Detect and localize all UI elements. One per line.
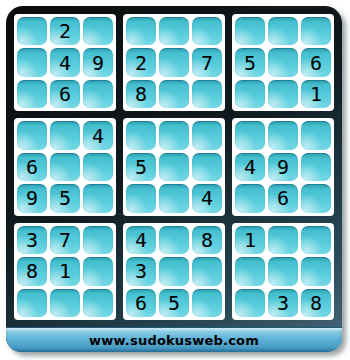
cell-r3c2[interactable]: 6 [50, 80, 80, 108]
cell-r5c2[interactable] [50, 153, 80, 181]
cell-r6c1[interactable]: 9 [17, 184, 47, 212]
cell-r8c9[interactable] [301, 257, 331, 285]
cell-r1c2[interactable]: 2 [50, 17, 80, 45]
cell-r9c5[interactable]: 5 [159, 289, 189, 317]
box-1-1: 2496 [14, 14, 116, 111]
cell-r8c8[interactable] [268, 257, 298, 285]
cell-r4c6[interactable] [192, 121, 222, 149]
box-1-3: 561 [232, 14, 334, 111]
cell-r4c7[interactable] [235, 121, 265, 149]
cell-r7c6[interactable]: 8 [192, 226, 222, 254]
cell-r5c8[interactable]: 9 [268, 153, 298, 181]
cell-r2c5[interactable] [159, 48, 189, 76]
cell-r1c8[interactable] [268, 17, 298, 45]
cell-r5c4[interactable]: 5 [126, 153, 156, 181]
cell-r6c5[interactable] [159, 184, 189, 212]
cell-r8c1[interactable]: 8 [17, 257, 47, 285]
cell-r5c9[interactable] [301, 153, 331, 181]
cell-r6c3[interactable] [83, 184, 113, 212]
cell-r9c2[interactable] [50, 289, 80, 317]
cell-r6c2[interactable]: 5 [50, 184, 80, 212]
cell-r9c6[interactable] [192, 289, 222, 317]
cell-r2c2[interactable]: 4 [50, 48, 80, 76]
cell-r4c9[interactable] [301, 121, 331, 149]
box-2-1: 4695 [14, 118, 116, 215]
cell-r7c8[interactable] [268, 226, 298, 254]
cell-r6c4[interactable] [126, 184, 156, 212]
cell-r5c5[interactable] [159, 153, 189, 181]
cell-r4c2[interactable] [50, 121, 80, 149]
cell-r8c4[interactable]: 3 [126, 257, 156, 285]
cell-r3c9[interactable]: 1 [301, 80, 331, 108]
cell-r3c5[interactable] [159, 80, 189, 108]
cell-r8c6[interactable] [192, 257, 222, 285]
cell-r9c9[interactable]: 8 [301, 289, 331, 317]
footer-bar: www.sudokusweb.com [6, 327, 342, 352]
box-2-3: 496 [232, 118, 334, 215]
cell-r8c5[interactable] [159, 257, 189, 285]
cell-r1c5[interactable] [159, 17, 189, 45]
cell-r3c7[interactable] [235, 80, 265, 108]
cell-r7c5[interactable] [159, 226, 189, 254]
cell-r4c3[interactable]: 4 [83, 121, 113, 149]
footer-link[interactable]: www.sudokusweb.com [89, 333, 259, 348]
cell-r2c3[interactable]: 9 [83, 48, 113, 76]
cell-r4c5[interactable] [159, 121, 189, 149]
cell-r8c2[interactable]: 1 [50, 257, 80, 285]
cell-r3c3[interactable] [83, 80, 113, 108]
box-2-2: 54 [123, 118, 225, 215]
cell-r9c7[interactable] [235, 289, 265, 317]
cell-r1c3[interactable] [83, 17, 113, 45]
cell-r1c4[interactable] [126, 17, 156, 45]
cell-r8c7[interactable] [235, 257, 265, 285]
cell-r3c8[interactable] [268, 80, 298, 108]
cell-r3c6[interactable] [192, 80, 222, 108]
cell-r4c1[interactable] [17, 121, 47, 149]
cell-r6c6[interactable]: 4 [192, 184, 222, 212]
cell-r2c6[interactable]: 7 [192, 48, 222, 76]
cell-r3c1[interactable] [17, 80, 47, 108]
cell-r4c4[interactable] [126, 121, 156, 149]
box-3-3: 138 [232, 223, 334, 320]
cell-r3c4[interactable]: 8 [126, 80, 156, 108]
cell-r9c8[interactable]: 3 [268, 289, 298, 317]
cell-r1c1[interactable] [17, 17, 47, 45]
cell-r9c4[interactable]: 6 [126, 289, 156, 317]
cell-r1c9[interactable] [301, 17, 331, 45]
sudoku-board: 2496278561469554496378148365138 [6, 6, 342, 327]
cell-r4c8[interactable] [268, 121, 298, 149]
cell-r7c1[interactable]: 3 [17, 226, 47, 254]
cell-r1c6[interactable] [192, 17, 222, 45]
cell-r2c8[interactable] [268, 48, 298, 76]
sudoku-frame: 2496278561469554496378148365138 www.sudo… [6, 6, 342, 352]
cell-r7c2[interactable]: 7 [50, 226, 80, 254]
box-1-2: 278 [123, 14, 225, 111]
cell-r2c9[interactable]: 6 [301, 48, 331, 76]
cell-r7c3[interactable] [83, 226, 113, 254]
cell-r9c1[interactable] [17, 289, 47, 317]
cell-r2c4[interactable]: 2 [126, 48, 156, 76]
cell-r2c1[interactable] [17, 48, 47, 76]
cell-r7c7[interactable]: 1 [235, 226, 265, 254]
cell-r9c3[interactable] [83, 289, 113, 317]
cell-r2c7[interactable]: 5 [235, 48, 265, 76]
cell-r6c9[interactable] [301, 184, 331, 212]
box-3-1: 3781 [14, 223, 116, 320]
cell-r1c7[interactable] [235, 17, 265, 45]
cell-r8c3[interactable] [83, 257, 113, 285]
cell-r5c1[interactable]: 6 [17, 153, 47, 181]
cell-r5c6[interactable] [192, 153, 222, 181]
cell-r5c3[interactable] [83, 153, 113, 181]
cell-r6c8[interactable]: 6 [268, 184, 298, 212]
cell-r6c7[interactable] [235, 184, 265, 212]
cell-r7c4[interactable]: 4 [126, 226, 156, 254]
cell-r7c9[interactable] [301, 226, 331, 254]
box-3-2: 48365 [123, 223, 225, 320]
cell-r5c7[interactable]: 4 [235, 153, 265, 181]
